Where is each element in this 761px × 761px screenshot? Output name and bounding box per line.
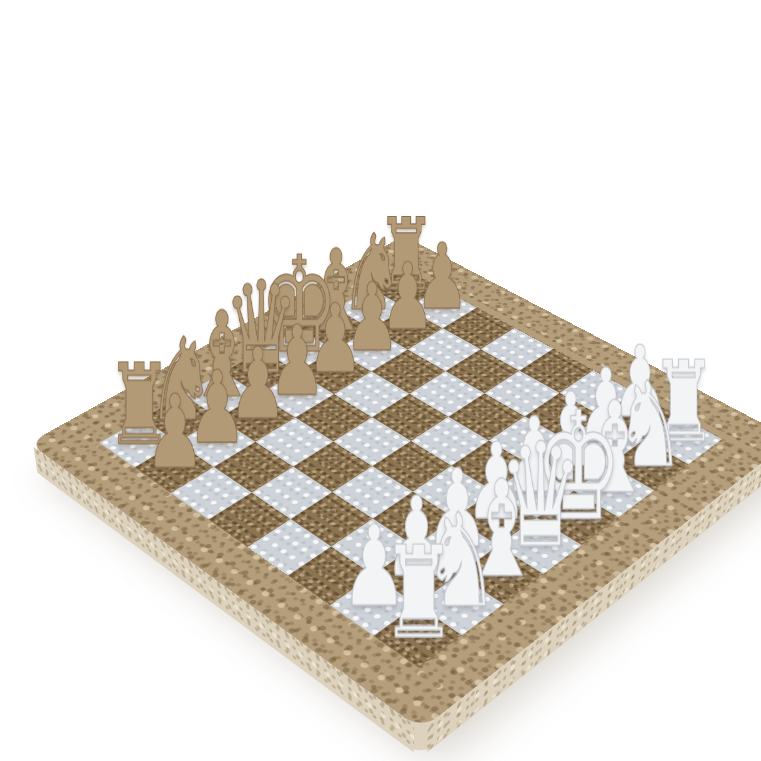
dark-pawn-icon: ♟ <box>144 381 204 483</box>
square-a1[interactable]: ♜ <box>373 604 461 667</box>
product-photo-scene: ♜♞♝♛♚♝♞♜♟♟♟♟♟♟♟♟♟♟♟♟♟♟♟♟♜♞♝♛♚♝♞♜ <box>0 0 761 761</box>
board-grid: ♜♞♝♛♚♝♞♜♟♟♟♟♟♟♟♟♟♟♟♟♟♟♟♟♜♞♝♛♚♝♞♜ <box>99 269 721 668</box>
board-surface: ♜♞♝♛♚♝♞♜♟♟♟♟♟♟♟♟♟♟♟♟♟♟♟♟♜♞♝♛♚♝♞♜ <box>28 235 761 729</box>
white-rook-icon: ♜ <box>380 528 455 655</box>
chess-board: ♜♞♝♛♚♝♞♜♟♟♟♟♟♟♟♟♟♟♟♟♟♟♟♟♜♞♝♛♚♝♞♜ <box>28 235 761 729</box>
